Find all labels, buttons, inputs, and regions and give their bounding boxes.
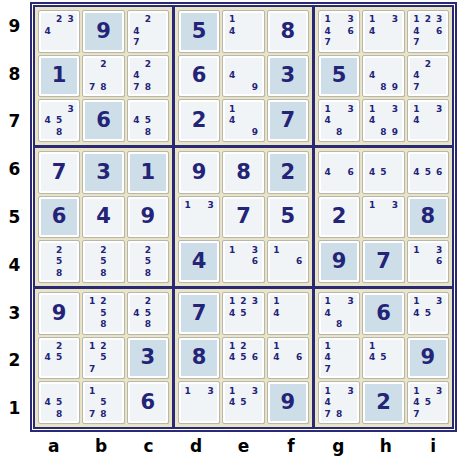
candidate-digit: 4: [226, 398, 237, 407]
candidate-digit: 8: [142, 269, 153, 278]
cell-d3[interactable]: 7: [179, 293, 219, 334]
candidate-digit: 1: [226, 105, 237, 114]
cell-b8[interactable]: 278: [83, 56, 123, 97]
candidate-digit: 4: [226, 27, 237, 36]
solved-digit: 7: [52, 162, 67, 183]
candidate-digit: 2: [98, 246, 109, 255]
col-label-f: f: [267, 433, 314, 459]
candidate-digit: 9: [249, 83, 260, 92]
candidate-digit: 1: [322, 297, 333, 306]
candidate-digit: 5: [422, 398, 433, 407]
cell-i4[interactable]: 136: [408, 241, 448, 282]
cell-g6[interactable]: 46: [319, 152, 359, 193]
candidate-digit: 1: [271, 246, 282, 255]
candidate-digit: 4: [322, 309, 333, 318]
solved-digit: 2: [192, 110, 207, 131]
cell-a8[interactable]: 1: [39, 56, 79, 97]
row-label-5: 5: [0, 193, 29, 241]
candidate-digit: 3: [249, 387, 260, 396]
box-3-3: 134861345147145913478213457: [315, 289, 452, 427]
solved-digit: 9: [192, 162, 207, 183]
given-digit: 7: [376, 251, 391, 272]
given-digit: 7: [281, 110, 296, 131]
candidate-digit: 5: [238, 398, 249, 407]
box-2-1: 731649258258258: [35, 148, 172, 286]
candidate-digit: 6: [249, 353, 260, 362]
candidate-digit: 7: [322, 410, 333, 419]
candidate-digit: 4: [131, 71, 142, 80]
given-digit: 2: [281, 162, 296, 183]
given-digit: 2: [376, 392, 391, 413]
candidate-digit: 8: [98, 269, 109, 278]
candidate-digit: 2: [142, 15, 153, 24]
candidate-digit: 3: [434, 105, 445, 114]
candidate-digit: 1: [86, 387, 97, 396]
candidate-digit: 4: [322, 353, 333, 362]
candidate-digit: 1: [322, 105, 333, 114]
candidate-digit: 4: [271, 309, 282, 318]
cell-e1[interactable]: 1345: [223, 382, 263, 423]
candidate-digit: 3: [434, 387, 445, 396]
cell-c4[interactable]: 258: [128, 241, 168, 282]
candidate-digit: 4: [411, 71, 422, 80]
cell-h2[interactable]: 145: [363, 338, 403, 379]
candidate-digit: 4: [42, 27, 53, 36]
candidate-digit: 6: [345, 168, 356, 177]
candidate-digit: 4: [411, 116, 422, 125]
cell-a2[interactable]: 245: [39, 338, 79, 379]
cell-d1[interactable]: 13: [179, 382, 219, 423]
candidate-digit: 8: [98, 320, 109, 329]
candidate-digit: 7: [411, 38, 422, 47]
candidate-digit: 3: [345, 387, 356, 396]
cell-c7[interactable]: 458: [128, 100, 168, 141]
candidate-digit: 4: [226, 71, 237, 80]
candidate-digit: 1: [226, 297, 237, 306]
cell-f1[interactable]: 9: [268, 382, 308, 423]
given-digit: 3: [141, 347, 156, 368]
row-label-7: 7: [0, 98, 29, 146]
candidate-digit: 4: [322, 116, 333, 125]
cell-a9[interactable]: 234: [39, 11, 79, 52]
cell-h3[interactable]: 6: [363, 293, 403, 334]
given-digit: 6: [96, 110, 111, 131]
candidate-digit: 2: [142, 60, 153, 69]
candidate-digit: 8: [98, 410, 109, 419]
row-label-1: 1: [0, 384, 29, 432]
cell-b1[interactable]: 1578: [83, 382, 123, 423]
given-digit: 3: [281, 65, 296, 86]
candidate-digit: 8: [378, 128, 389, 137]
cell-g4[interactable]: 9: [319, 241, 359, 282]
row-label-4: 4: [0, 241, 29, 289]
candidate-digit: 4: [42, 353, 53, 362]
candidate-digit: 1: [182, 387, 193, 396]
candidate-digit: 3: [205, 201, 216, 210]
cell-d9[interactable]: 5: [179, 11, 219, 52]
cell-f2[interactable]: 146: [268, 338, 308, 379]
solved-digit: 6: [141, 392, 156, 413]
cell-e4[interactable]: 136: [223, 241, 263, 282]
candidate-digit: 1: [411, 387, 422, 396]
candidate-digit: 7: [322, 365, 333, 374]
candidate-digit: 3: [434, 246, 445, 255]
given-digit: 3: [96, 162, 111, 183]
candidate-digit: 7: [86, 410, 97, 419]
given-digit: 9: [332, 251, 347, 272]
cell-g8[interactable]: 5: [319, 56, 359, 97]
candidate-digit: 4: [411, 309, 422, 318]
board-boxes: 2349247127824783458645851486493214971346…: [33, 5, 454, 429]
candidate-digit: 8: [333, 410, 344, 419]
candidate-digit: 6: [434, 257, 445, 266]
sudoku-app: 987654321 234924712782478345864585148649…: [0, 0, 460, 460]
candidate-digit: 5: [238, 309, 249, 318]
solved-digit: 7: [236, 206, 251, 227]
given-digit: 4: [192, 251, 207, 272]
candidate-digit: 3: [205, 387, 216, 396]
candidate-digit: 7: [411, 83, 422, 92]
candidate-digit: 1: [322, 387, 333, 396]
candidate-digit: 3: [65, 15, 76, 24]
candidate-digit: 5: [98, 398, 109, 407]
candidate-digit: 2: [238, 342, 249, 351]
box-1-1: 23492471278247834586458: [35, 7, 172, 145]
candidate-digit: 4: [131, 116, 142, 125]
candidate-digit: 5: [378, 353, 389, 362]
candidate-digit: 6: [345, 27, 356, 36]
candidate-digit: 9: [249, 128, 260, 137]
col-label-g: g: [315, 433, 362, 459]
cell-d6[interactable]: 9: [179, 152, 219, 193]
row-label-6: 6: [0, 145, 29, 193]
candidate-digit: 3: [389, 15, 400, 24]
candidate-digit: 1: [182, 201, 193, 210]
solved-digit: 8: [281, 21, 296, 42]
candidate-digit: 9: [389, 83, 400, 92]
given-digit: 6: [52, 206, 67, 227]
cell-g9[interactable]: 13467: [319, 11, 359, 52]
candidate-digit: 3: [389, 105, 400, 114]
cell-e8[interactable]: 49: [223, 56, 263, 97]
cell-f7[interactable]: 7: [268, 100, 308, 141]
candidate-digit: 1: [366, 201, 377, 210]
given-digit: 1: [52, 65, 67, 86]
solved-digit: 9: [52, 303, 67, 324]
cell-d2[interactable]: 8: [179, 338, 219, 379]
row-label-3: 3: [0, 289, 29, 337]
cell-g7[interactable]: 1348: [319, 100, 359, 141]
candidate-digit: 4: [366, 116, 377, 125]
box-1-3: 134671341234675489247134813489134: [315, 7, 452, 145]
candidate-digit: 4: [271, 353, 282, 362]
candidate-digit: 4: [131, 309, 142, 318]
cell-i6[interactable]: 456: [408, 152, 448, 193]
candidate-digit: 7: [131, 38, 142, 47]
candidate-digit: 4: [411, 27, 422, 36]
candidate-digit: 1: [322, 15, 333, 24]
cell-g3[interactable]: 1348: [319, 293, 359, 334]
candidate-digit: 7: [322, 38, 333, 47]
candidate-digit: 8: [142, 320, 153, 329]
candidate-digit: 4: [411, 398, 422, 407]
candidate-digit: 1: [366, 15, 377, 24]
cell-c5[interactable]: 9: [128, 197, 168, 238]
cell-c2[interactable]: 3: [128, 338, 168, 379]
candidate-digit: 5: [378, 168, 389, 177]
candidate-digit: 4: [366, 27, 377, 36]
cell-i5[interactable]: 8: [408, 197, 448, 238]
given-digit: 5: [192, 21, 207, 42]
cell-b3[interactable]: 1258: [83, 293, 123, 334]
candidate-digit: 5: [98, 353, 109, 362]
col-label-d: d: [172, 433, 219, 459]
candidate-digit: 8: [53, 128, 64, 137]
given-digit: 8: [192, 347, 207, 368]
candidate-digit: 1: [226, 342, 237, 351]
solved-digit: 5: [281, 206, 296, 227]
cell-b7[interactable]: 6: [83, 100, 123, 141]
candidate-digit: 5: [98, 309, 109, 318]
candidate-digit: 2: [98, 342, 109, 351]
candidate-digit: 7: [86, 83, 97, 92]
given-digit: 9: [281, 392, 296, 413]
cell-d4[interactable]: 4: [179, 241, 219, 282]
candidate-digit: 3: [434, 297, 445, 306]
cell-a3[interactable]: 9: [39, 293, 79, 334]
candidate-digit: 5: [53, 353, 64, 362]
candidate-digit: 4: [226, 353, 237, 362]
cell-g1[interactable]: 13478: [319, 382, 359, 423]
candidate-digit: 1: [226, 387, 237, 396]
cell-a5[interactable]: 6: [39, 197, 79, 238]
candidate-digit: 8: [333, 128, 344, 137]
cell-g5[interactable]: 2: [319, 197, 359, 238]
candidate-digit: 5: [142, 257, 153, 266]
candidate-digit: 5: [53, 398, 64, 407]
row-label-2: 2: [0, 336, 29, 384]
candidate-digit: 1: [411, 105, 422, 114]
row-label-8: 8: [0, 50, 29, 98]
cell-a7[interactable]: 3458: [39, 100, 79, 141]
cell-e5[interactable]: 7: [223, 197, 263, 238]
solved-digit: 4: [96, 206, 111, 227]
given-digit: 6: [376, 303, 391, 324]
cell-h9[interactable]: 134: [363, 11, 403, 52]
candidate-digit: 2: [53, 15, 64, 24]
cell-i9[interactable]: 123467: [408, 11, 448, 52]
col-label-i: i: [410, 433, 457, 459]
candidate-digit: 8: [378, 83, 389, 92]
cell-e6[interactable]: 8: [223, 152, 263, 193]
cell-f3[interactable]: 14: [268, 293, 308, 334]
cell-h5[interactable]: 13: [363, 197, 403, 238]
candidate-digit: 2: [53, 342, 64, 351]
candidate-digit: 5: [422, 309, 433, 318]
cell-c9[interactable]: 247: [128, 11, 168, 52]
candidate-digit: 3: [249, 297, 260, 306]
col-label-a: a: [30, 433, 77, 459]
col-label-c: c: [125, 433, 172, 459]
candidate-digit: 2: [98, 297, 109, 306]
given-digit: 7: [192, 303, 207, 324]
candidate-digit: 3: [345, 297, 356, 306]
candidate-digit: 6: [434, 27, 445, 36]
candidate-digit: 4: [42, 398, 53, 407]
candidate-digit: 3: [249, 246, 260, 255]
candidate-digit: 4: [131, 27, 142, 36]
candidate-digit: 4: [411, 168, 422, 177]
candidate-digit: 6: [434, 168, 445, 177]
cell-b4[interactable]: 258: [83, 241, 123, 282]
cell-b2[interactable]: 1257: [83, 338, 123, 379]
candidate-digit: 1: [226, 15, 237, 24]
row-labels: 987654321: [0, 2, 29, 432]
candidate-digit: 1: [86, 297, 97, 306]
candidate-digit: 3: [389, 201, 400, 210]
candidate-digit: 5: [142, 309, 153, 318]
candidate-digit: 5: [53, 116, 64, 125]
box-2-2: 9821375413616: [175, 148, 312, 286]
candidate-digit: 7: [86, 365, 97, 374]
cell-h8[interactable]: 489: [363, 56, 403, 97]
cell-c8[interactable]: 2478: [128, 56, 168, 97]
candidate-digit: 4: [322, 168, 333, 177]
cell-e7[interactable]: 149: [223, 100, 263, 141]
candidate-digit: 5: [238, 353, 249, 362]
col-label-b: b: [77, 433, 124, 459]
candidate-digit: 6: [294, 353, 305, 362]
cell-c1[interactable]: 6: [128, 382, 168, 423]
given-digit: 9: [421, 347, 436, 368]
candidate-digit: 5: [53, 257, 64, 266]
candidate-digit: 2: [142, 246, 153, 255]
cell-g2[interactable]: 147: [319, 338, 359, 379]
candidate-digit: 2: [53, 246, 64, 255]
cell-d8[interactable]: 6: [179, 56, 219, 97]
candidate-digit: 2: [422, 60, 433, 69]
candidate-digit: 5: [422, 168, 433, 177]
candidate-digit: 1: [271, 297, 282, 306]
cell-f5[interactable]: 5: [268, 197, 308, 238]
candidate-digit: 1: [86, 342, 97, 351]
box-2-3: 4645456213897136: [315, 148, 452, 286]
box-3-1: 9125824582451257345815786: [35, 289, 172, 427]
box-1-2: 5148649321497: [175, 7, 312, 145]
candidate-digit: 4: [226, 116, 237, 125]
cell-h6[interactable]: 45: [363, 152, 403, 193]
given-digit: 9: [96, 21, 111, 42]
candidate-digit: 4: [226, 309, 237, 318]
cell-f6[interactable]: 2: [268, 152, 308, 193]
candidate-digit: 8: [333, 320, 344, 329]
cell-b6[interactable]: 3: [83, 152, 123, 193]
candidate-digit: 4: [322, 398, 333, 407]
candidate-digit: 2: [98, 60, 109, 69]
candidate-digit: 1: [411, 297, 422, 306]
candidate-digit: 8: [142, 83, 153, 92]
candidate-digit: 5: [98, 257, 109, 266]
solved-digit: 8: [236, 162, 251, 183]
cell-c3[interactable]: 2458: [128, 293, 168, 334]
col-labels: abcdefghi: [30, 433, 457, 459]
cell-h7[interactable]: 13489: [363, 100, 403, 141]
candidate-digit: 8: [98, 83, 109, 92]
sudoku-board: 2349247127824783458645851486493214971346…: [30, 2, 457, 432]
cell-a1[interactable]: 458: [39, 382, 79, 423]
candidate-digit: 1: [322, 342, 333, 351]
cell-i7[interactable]: 134: [408, 100, 448, 141]
given-digit: 5: [332, 65, 347, 86]
cell-d5[interactable]: 13: [179, 197, 219, 238]
cell-i2[interactable]: 9: [408, 338, 448, 379]
row-label-9: 9: [0, 2, 29, 50]
candidate-digit: 1: [366, 105, 377, 114]
candidate-digit: 1: [271, 342, 282, 351]
cell-h4[interactable]: 7: [363, 241, 403, 282]
cell-b5[interactable]: 4: [83, 197, 123, 238]
candidate-digit: 7: [411, 410, 422, 419]
candidate-digit: 9: [389, 128, 400, 137]
candidate-digit: 3: [434, 15, 445, 24]
candidate-digit: 4: [322, 27, 333, 36]
cell-a4[interactable]: 258: [39, 241, 79, 282]
candidate-digit: 8: [142, 128, 153, 137]
box-3-2: 712345148124561461313459: [175, 289, 312, 427]
cell-e2[interactable]: 12456: [223, 338, 263, 379]
given-digit: 1: [141, 162, 156, 183]
candidate-digit: 6: [249, 257, 260, 266]
candidate-digit: 3: [345, 105, 356, 114]
cell-e9[interactable]: 14: [223, 11, 263, 52]
col-label-e: e: [220, 433, 267, 459]
solved-digit: 9: [141, 206, 156, 227]
cell-f4[interactable]: 16: [268, 241, 308, 282]
candidate-digit: 8: [53, 269, 64, 278]
cell-f8[interactable]: 3: [268, 56, 308, 97]
cell-h1[interactable]: 2: [363, 382, 403, 423]
candidate-digit: 4: [366, 353, 377, 362]
cell-i8[interactable]: 247: [408, 56, 448, 97]
cell-i1[interactable]: 13457: [408, 382, 448, 423]
candidate-digit: 1: [226, 246, 237, 255]
candidate-digit: 2: [238, 297, 249, 306]
candidate-digit: 1: [411, 15, 422, 24]
candidate-digit: 8: [53, 410, 64, 419]
candidate-digit: 2: [422, 15, 433, 24]
solved-digit: 6: [192, 65, 207, 86]
candidate-digit: 3: [345, 15, 356, 24]
candidate-digit: 7: [131, 83, 142, 92]
cell-c6[interactable]: 1: [128, 152, 168, 193]
candidate-digit: 5: [142, 116, 153, 125]
candidate-digit: 4: [42, 116, 53, 125]
cell-d7[interactable]: 2: [179, 100, 219, 141]
cell-i3[interactable]: 1345: [408, 293, 448, 334]
candidate-digit: 2: [142, 297, 153, 306]
candidate-digit: 1: [411, 246, 422, 255]
candidate-digit: 1: [366, 342, 377, 351]
given-digit: 8: [421, 206, 436, 227]
candidate-digit: 4: [366, 168, 377, 177]
cell-b9[interactable]: 9: [83, 11, 123, 52]
candidate-digit: 6: [294, 257, 305, 266]
candidate-digit: 3: [65, 105, 76, 114]
cell-e3[interactable]: 12345: [223, 293, 263, 334]
cell-a6[interactable]: 7: [39, 152, 79, 193]
candidate-digit: 4: [366, 71, 377, 80]
cell-f9[interactable]: 8: [268, 11, 308, 52]
